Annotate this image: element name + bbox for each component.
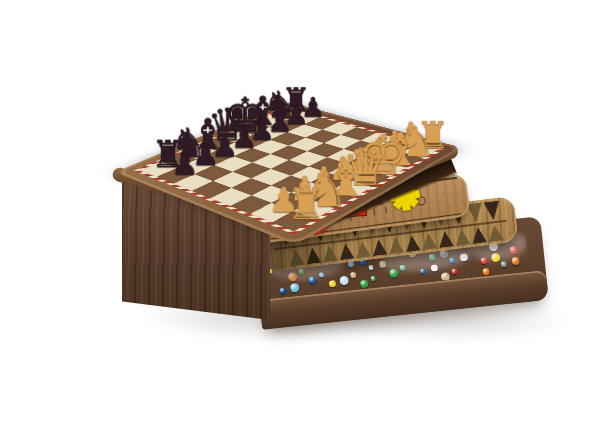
backgammon-point [471, 226, 488, 244]
chess-board-scene: ♜♞♝♛♚♝♞♜♟♟♟♟♟♟♟♟♟♟♟♟♟♟♟♟♜♞♝♛♚♝♞♜ [105, 18, 472, 302]
product-photo-stage: ♜♞♝♛♚♝♞♜♟♟♟♟♟♟♟♟♟♟♟♟♟♟♟♟♜♞♝♛♚♝♞♜ [0, 0, 605, 428]
backgammon-point [487, 224, 504, 242]
square: ♜ [272, 211, 315, 231]
chess-board-trim: ♜♞♝♛♚♝♞♜♟♟♟♟♟♟♟♟♟♟♟♟♟♟♟♟♜♞♝♛♚♝♞♜ [134, 106, 444, 234]
chess-board-frame: ♜♞♝♛♚♝♞♜♟♟♟♟♟♟♟♟♟♟♟♟♟♟♟♟♜♞♝♛♚♝♞♜ [115, 101, 462, 245]
black-pawn: ♟ [156, 149, 214, 180]
white-rook: ♜ [273, 182, 339, 225]
backgammon-point [484, 201, 502, 222]
marble [511, 257, 520, 266]
marble [482, 268, 490, 276]
marble [501, 261, 508, 268]
chess-board-grid: ♜♞♝♛♚♝♞♜♟♟♟♟♟♟♟♟♟♟♟♟♟♟♟♟♜♞♝♛♚♝♞♜ [139, 108, 438, 231]
